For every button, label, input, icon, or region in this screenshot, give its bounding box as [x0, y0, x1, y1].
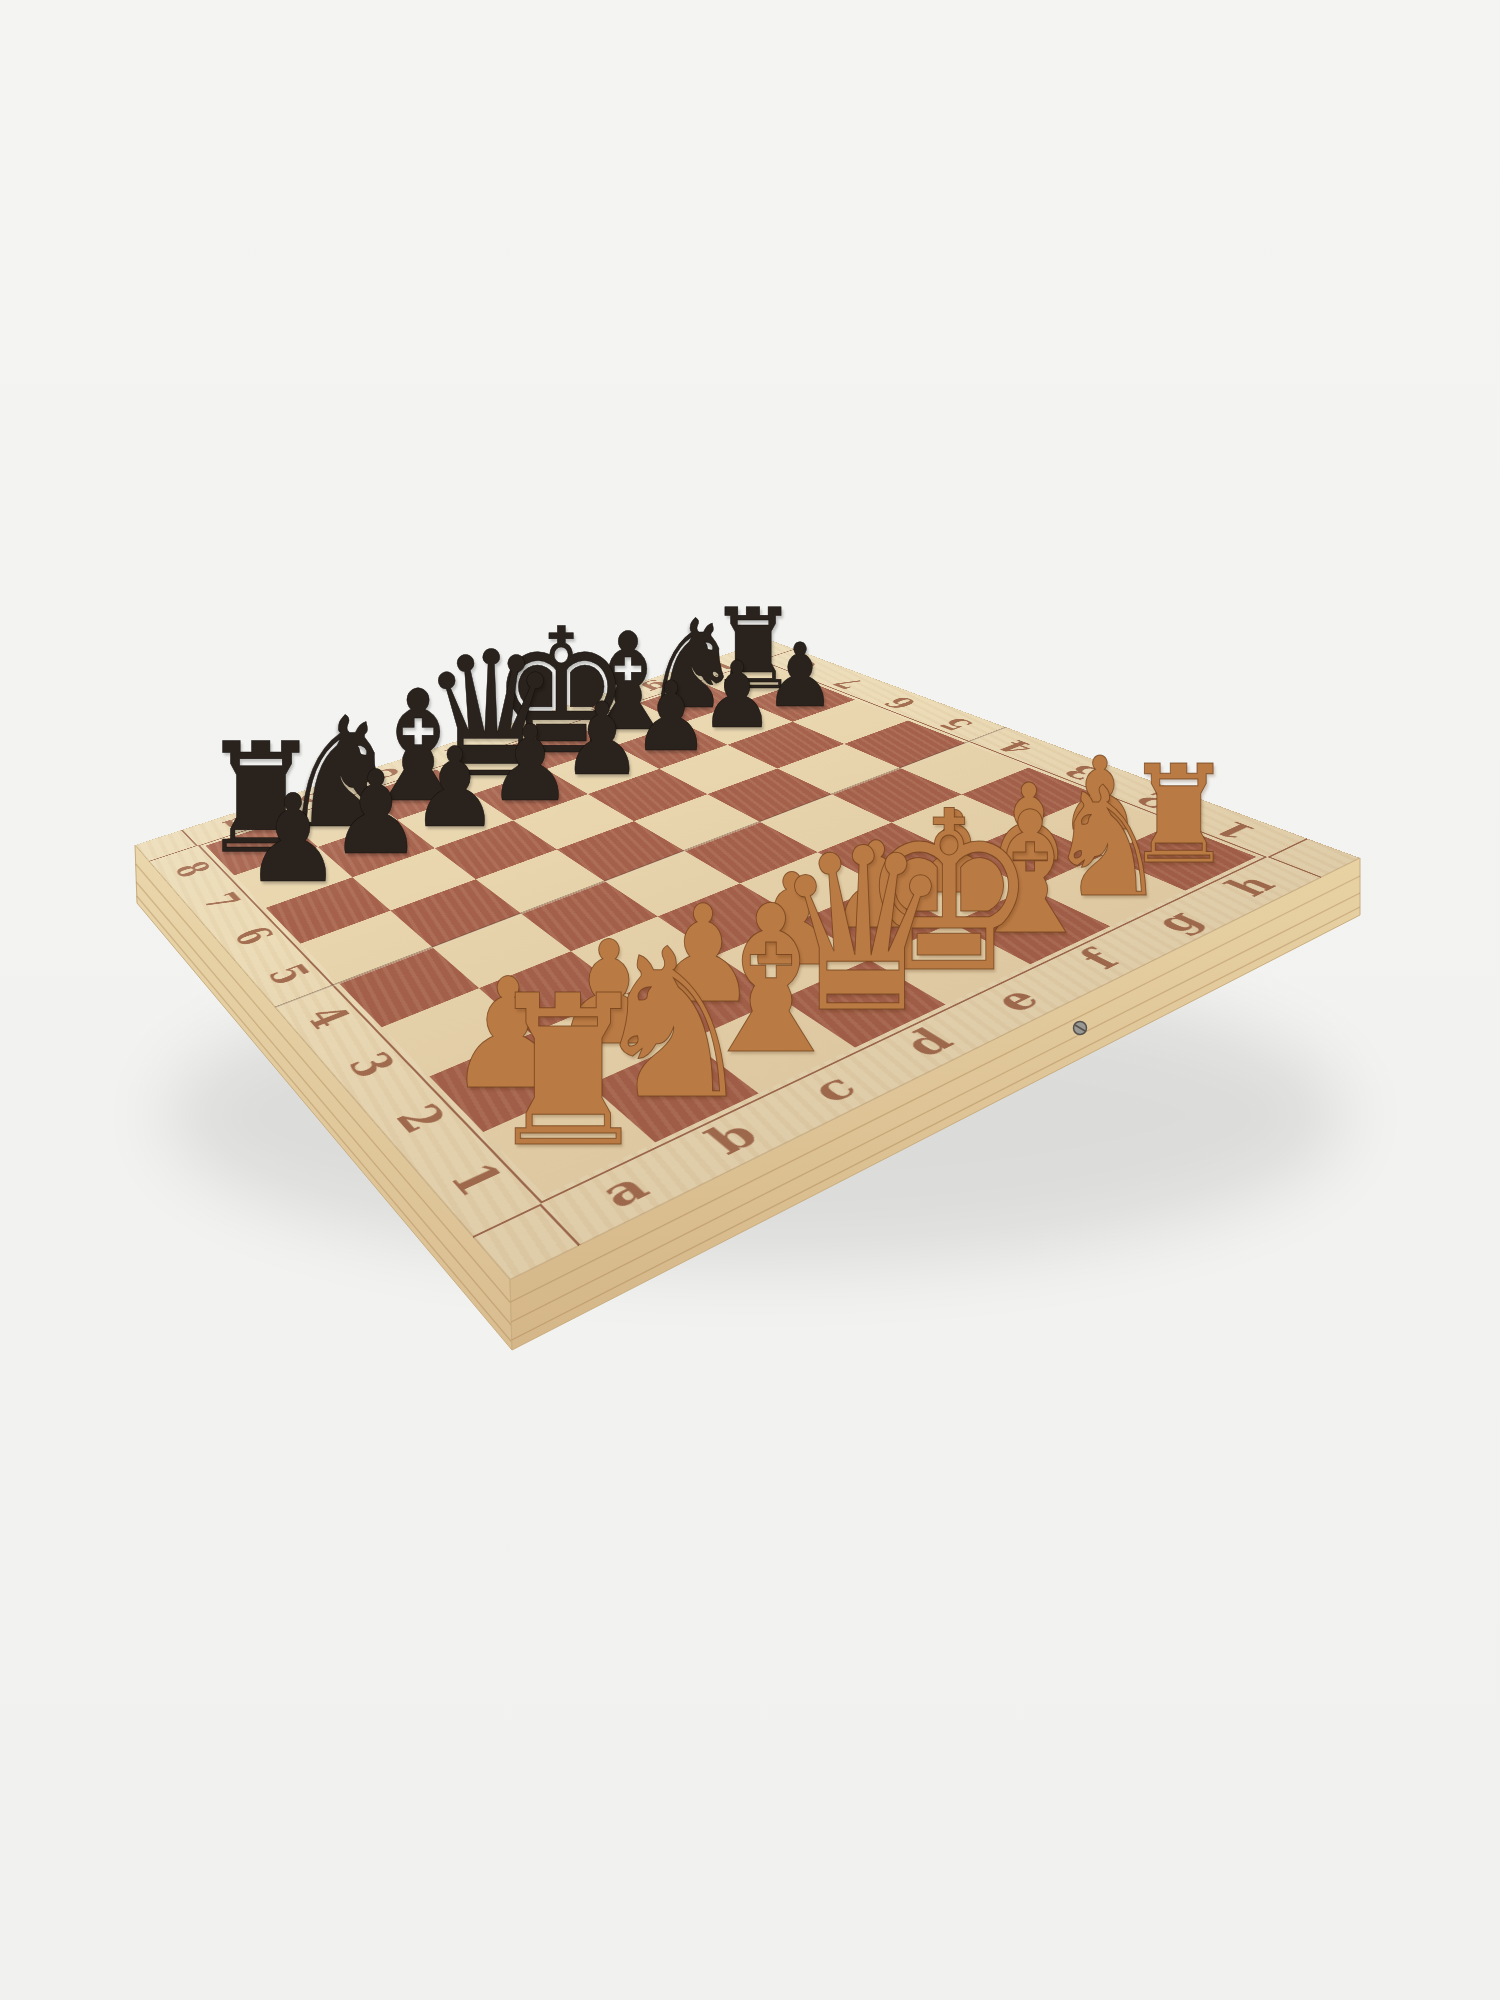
rank-label-right-6: 6 [878, 695, 923, 712]
file-label-bottom-g: g [1145, 906, 1210, 936]
rank-label-right-2: 2 [1128, 789, 1183, 811]
rank-label-left-1: 1 [441, 1157, 513, 1202]
rank-label-right-4: 4 [992, 738, 1041, 757]
rank-label-right-5: 5 [933, 715, 980, 733]
rank-label-left-7: 7 [196, 889, 246, 914]
rank-label-left-6: 6 [227, 923, 280, 950]
file-label-top-f: f [579, 700, 610, 713]
rank-label-left-2: 2 [387, 1099, 454, 1139]
rank-label-left-8: 8 [168, 858, 216, 881]
file-label-bottom-c: c [802, 1069, 866, 1108]
file-label-bottom-d: d [894, 1024, 961, 1062]
file-label-bottom-h: h [1218, 871, 1283, 900]
rank-label-left-5: 5 [261, 960, 317, 990]
rank-label-right-8: 8 [781, 658, 822, 673]
rank-label-left-4: 4 [298, 1001, 357, 1033]
file-label-bottom-a: a [591, 1167, 657, 1214]
product-photo-stage: 1122334455667788aabbccddeeffgghh ♜♟♞♟♝♟♚… [0, 0, 1500, 2000]
rank-label-right-3: 3 [1057, 762, 1109, 783]
file-label-bottom-e: e [984, 983, 1048, 1017]
rank-label-right-1: 1 [1206, 818, 1264, 842]
file-label-bottom-f: f [1071, 945, 1127, 973]
file-label-bottom-b: b [698, 1115, 766, 1160]
rank-label-right-7: 7 [828, 676, 871, 692]
rank-label-left-3: 3 [340, 1047, 403, 1083]
